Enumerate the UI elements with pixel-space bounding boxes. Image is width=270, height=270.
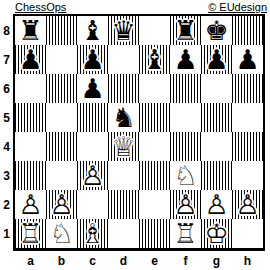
square-c4 (77, 132, 108, 161)
square-a4 (15, 132, 46, 161)
piece-glyph: ♙ (77, 161, 108, 190)
file-label-h: h (232, 255, 263, 268)
piece-white-pawn: ♟♙ (170, 190, 201, 219)
square-d7 (108, 45, 139, 74)
square-a8: ♜♜ (15, 16, 46, 45)
piece-glyph: ♖ (170, 219, 201, 248)
square-g2: ♟♙ (201, 190, 232, 219)
file-labels: abcdefgh (15, 255, 263, 268)
rank-label-7: 7 (0, 45, 13, 74)
piece-glyph: ♟ (77, 74, 108, 103)
piece-glyph: ♛ (108, 16, 139, 45)
file-label-d: d (108, 255, 139, 268)
piece-white-rook: ♜♖ (170, 219, 201, 248)
piece-glyph: ♙ (15, 190, 46, 219)
piece-glyph: ♟ (15, 45, 46, 74)
square-d8: ♛♛ (108, 16, 139, 45)
square-h2: ♟♙ (232, 190, 263, 219)
square-a7: ♟♟ (15, 45, 46, 74)
square-a1: ♜♖ (15, 219, 46, 248)
piece-white-pawn: ♟♙ (77, 161, 108, 190)
square-h6 (232, 74, 263, 103)
square-d2 (108, 190, 139, 219)
square-c2 (77, 190, 108, 219)
square-c3: ♟♙ (77, 161, 108, 190)
file-label-c: c (77, 255, 108, 268)
square-g8: ♚♚ (201, 16, 232, 45)
square-b7 (46, 45, 77, 74)
piece-black-rook: ♜♜ (15, 16, 46, 45)
square-c5 (77, 103, 108, 132)
piece-glyph: ♙ (232, 190, 263, 219)
square-c8: ♝♝ (77, 16, 108, 45)
square-h3 (232, 161, 263, 190)
square-b8 (46, 16, 77, 45)
square-h8 (232, 16, 263, 45)
square-e1 (139, 219, 170, 248)
square-f4 (170, 132, 201, 161)
rank-label-1: 1 (0, 219, 13, 248)
square-a5 (15, 103, 46, 132)
file-label-g: g (201, 255, 232, 268)
piece-black-pawn: ♟♟ (201, 45, 232, 74)
square-e5 (139, 103, 170, 132)
square-g4 (201, 132, 232, 161)
piece-white-pawn: ♟♙ (15, 190, 46, 219)
piece-glyph: ♝ (77, 16, 108, 45)
rank-label-4: 4 (0, 132, 13, 161)
square-c1: ♝♗ (77, 219, 108, 248)
piece-glyph: ♖ (15, 219, 46, 248)
rank-labels: 87654321 (0, 16, 13, 248)
piece-glyph: ♟ (170, 45, 201, 74)
eudesign-credit-link[interactable]: © EUdesign (208, 1, 267, 14)
file-label-a: a (15, 255, 46, 268)
square-g1: ♚♔ (201, 219, 232, 248)
square-c6: ♟♟ (77, 74, 108, 103)
piece-white-pawn: ♟♙ (46, 190, 77, 219)
rank-label-2: 2 (0, 190, 13, 219)
rank-label-6: 6 (0, 74, 13, 103)
square-d4: ♛♕ (108, 132, 139, 161)
piece-black-pawn: ♟♟ (170, 45, 201, 74)
square-f8: ♜♜ (170, 16, 201, 45)
piece-white-king: ♚♔ (201, 219, 232, 248)
square-c7: ♟♟ (77, 45, 108, 74)
square-b2: ♟♙ (46, 190, 77, 219)
piece-glyph: ♟ (232, 45, 263, 74)
square-b1: ♞♘ (46, 219, 77, 248)
square-f1: ♜♖ (170, 219, 201, 248)
square-f7: ♟♟ (170, 45, 201, 74)
piece-glyph: ♘ (170, 161, 201, 190)
square-d6 (108, 74, 139, 103)
square-d3 (108, 161, 139, 190)
piece-glyph: ♕ (108, 132, 139, 161)
square-a3 (15, 161, 46, 190)
piece-black-pawn: ♟♟ (15, 45, 46, 74)
square-h4 (232, 132, 263, 161)
rank-label-8: 8 (0, 16, 13, 45)
square-h7: ♟♟ (232, 45, 263, 74)
piece-black-pawn: ♟♟ (77, 45, 108, 74)
piece-glyph: ♜ (170, 16, 201, 45)
piece-glyph: ♟ (201, 45, 232, 74)
piece-white-pawn: ♟♙ (232, 190, 263, 219)
piece-glyph: ♗ (77, 219, 108, 248)
square-e3 (139, 161, 170, 190)
chessops-link[interactable]: ChessOps (15, 1, 66, 14)
square-g5 (201, 103, 232, 132)
piece-white-bishop: ♝♗ (77, 219, 108, 248)
file-label-e: e (139, 255, 170, 268)
piece-white-rook: ♜♖ (15, 219, 46, 248)
square-e6 (139, 74, 170, 103)
piece-glyph: ♜ (15, 16, 46, 45)
piece-black-bishop: ♝♝ (77, 16, 108, 45)
square-f3: ♞♘ (170, 161, 201, 190)
piece-white-knight: ♞♘ (170, 161, 201, 190)
piece-white-pawn: ♟♙ (201, 190, 232, 219)
piece-glyph: ♙ (201, 190, 232, 219)
rank-label-3: 3 (0, 161, 13, 190)
piece-black-queen: ♛♛ (108, 16, 139, 45)
square-b6 (46, 74, 77, 103)
piece-glyph: ♝ (139, 45, 170, 74)
piece-glyph: ♙ (46, 190, 77, 219)
square-e2 (139, 190, 170, 219)
square-b5 (46, 103, 77, 132)
piece-black-rook: ♜♜ (170, 16, 201, 45)
file-label-f: f (170, 255, 201, 268)
piece-glyph: ♞ (108, 103, 139, 132)
square-b3 (46, 161, 77, 190)
piece-black-knight: ♞♞ (108, 103, 139, 132)
square-e4 (139, 132, 170, 161)
piece-white-queen: ♛♕ (108, 132, 139, 161)
piece-glyph: ♟ (77, 45, 108, 74)
piece-glyph: ♚ (201, 16, 232, 45)
chess-board: ♜♜♝♝♛♛♜♜♚♚♟♟♟♟♝♝♟♟♟♟♟♟♟♟♞♞♛♕♟♙♞♘♟♙♟♙♟♙♟♙… (13, 14, 265, 251)
square-d5: ♞♞ (108, 103, 139, 132)
square-a2: ♟♙ (15, 190, 46, 219)
piece-black-bishop: ♝♝ (139, 45, 170, 74)
square-g6 (201, 74, 232, 103)
piece-black-king: ♚♚ (201, 16, 232, 45)
square-b4 (46, 132, 77, 161)
square-g7: ♟♟ (201, 45, 232, 74)
square-h1 (232, 219, 263, 248)
square-e7: ♝♝ (139, 45, 170, 74)
piece-glyph: ♘ (46, 219, 77, 248)
square-f5 (170, 103, 201, 132)
piece-black-pawn: ♟♟ (232, 45, 263, 74)
square-a6 (15, 74, 46, 103)
square-d1 (108, 219, 139, 248)
piece-white-knight: ♞♘ (46, 219, 77, 248)
square-f6 (170, 74, 201, 103)
square-f2: ♟♙ (170, 190, 201, 219)
file-label-b: b (46, 255, 77, 268)
piece-glyph: ♙ (170, 190, 201, 219)
piece-black-pawn: ♟♟ (77, 74, 108, 103)
rank-label-5: 5 (0, 103, 13, 132)
square-e8 (139, 16, 170, 45)
square-g3 (201, 161, 232, 190)
piece-glyph: ♔ (201, 219, 232, 248)
square-h5 (232, 103, 263, 132)
